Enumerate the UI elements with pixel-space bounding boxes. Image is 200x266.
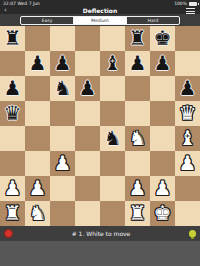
square-c1[interactable] bbox=[50, 201, 75, 226]
square-b4[interactable] bbox=[25, 126, 50, 151]
chess-board: ♜♜♚♟♟♝♟♟♟♞♟♟♛♛♞♞♝♟♟♟♟♟♟♜♞♜♚ bbox=[0, 26, 200, 226]
square-h4[interactable]: ♝ bbox=[175, 126, 200, 151]
square-e6[interactable] bbox=[100, 76, 125, 101]
square-a8[interactable]: ♜ bbox=[0, 26, 25, 51]
square-d4[interactable] bbox=[75, 126, 100, 151]
square-d8[interactable] bbox=[75, 26, 100, 51]
tab-medium[interactable]: Medium bbox=[74, 17, 127, 24]
piece-white-pawn: ♟ bbox=[25, 176, 50, 201]
difficulty-segmented-control: Easy Medium Hard bbox=[20, 16, 180, 25]
square-h2[interactable] bbox=[175, 176, 200, 201]
piece-white-pawn: ♟ bbox=[125, 176, 150, 201]
piece-white-rook: ♜ bbox=[125, 201, 150, 226]
square-g1[interactable]: ♚ bbox=[150, 201, 175, 226]
piece-black-pawn: ♟ bbox=[75, 76, 100, 101]
hint-lightbulb-icon[interactable] bbox=[189, 230, 196, 237]
square-g8[interactable]: ♚ bbox=[150, 26, 175, 51]
square-g5[interactable] bbox=[150, 101, 175, 126]
piece-black-knight: ♞ bbox=[100, 126, 125, 151]
square-d2[interactable] bbox=[75, 176, 100, 201]
record-indicator-icon[interactable] bbox=[4, 229, 13, 238]
square-f8[interactable]: ♜ bbox=[125, 26, 150, 51]
piece-white-knight: ♞ bbox=[125, 126, 150, 151]
square-g2[interactable]: ♟ bbox=[150, 176, 175, 201]
battery-icon bbox=[189, 2, 197, 6]
square-b3[interactable] bbox=[25, 151, 50, 176]
piece-black-rook: ♜ bbox=[0, 26, 25, 51]
square-h8[interactable] bbox=[175, 26, 200, 51]
square-e2[interactable] bbox=[100, 176, 125, 201]
piece-white-knight: ♞ bbox=[25, 201, 50, 226]
square-b6[interactable] bbox=[25, 76, 50, 101]
piece-black-pawn: ♟ bbox=[125, 51, 150, 76]
square-h6[interactable]: ♟ bbox=[175, 76, 200, 101]
square-b1[interactable]: ♞ bbox=[25, 201, 50, 226]
square-d6[interactable]: ♟ bbox=[75, 76, 100, 101]
square-g3[interactable] bbox=[150, 151, 175, 176]
square-c2[interactable] bbox=[50, 176, 75, 201]
square-b5[interactable] bbox=[25, 101, 50, 126]
piece-black-pawn: ♟ bbox=[50, 51, 75, 76]
square-a5[interactable]: ♛ bbox=[0, 101, 25, 126]
footer-area bbox=[0, 241, 200, 266]
piece-white-pawn: ♟ bbox=[175, 151, 200, 176]
piece-white-bishop: ♝ bbox=[175, 126, 200, 151]
square-e4[interactable]: ♞ bbox=[100, 126, 125, 151]
piece-black-pawn: ♟ bbox=[175, 76, 200, 101]
square-f6[interactable] bbox=[125, 76, 150, 101]
square-b2[interactable]: ♟ bbox=[25, 176, 50, 201]
piece-white-pawn: ♟ bbox=[50, 151, 75, 176]
square-c4[interactable] bbox=[50, 126, 75, 151]
tab-easy[interactable]: Easy bbox=[21, 17, 74, 24]
square-c3[interactable]: ♟ bbox=[50, 151, 75, 176]
square-e1[interactable] bbox=[100, 201, 125, 226]
page-title: Deflection bbox=[83, 7, 117, 14]
piece-white-queen: ♛ bbox=[175, 101, 200, 126]
square-e3[interactable] bbox=[100, 151, 125, 176]
piece-black-bishop: ♝ bbox=[100, 51, 125, 76]
square-f2[interactable]: ♟ bbox=[125, 176, 150, 201]
square-f5[interactable] bbox=[125, 101, 150, 126]
square-h5[interactable]: ♛ bbox=[175, 101, 200, 126]
piece-black-rook: ♜ bbox=[125, 26, 150, 51]
square-f4[interactable]: ♞ bbox=[125, 126, 150, 151]
square-a2[interactable]: ♟ bbox=[0, 176, 25, 201]
bottom-bar: # 1. White to move bbox=[0, 226, 200, 241]
square-a4[interactable] bbox=[0, 126, 25, 151]
square-a7[interactable] bbox=[0, 51, 25, 76]
square-e5[interactable] bbox=[100, 101, 125, 126]
piece-white-pawn: ♟ bbox=[0, 176, 25, 201]
square-d7[interactable] bbox=[75, 51, 100, 76]
square-h7[interactable] bbox=[175, 51, 200, 76]
square-f1[interactable]: ♜ bbox=[125, 201, 150, 226]
difficulty-tab-row: Easy Medium Hard bbox=[0, 14, 200, 26]
square-g4[interactable] bbox=[150, 126, 175, 151]
square-g6[interactable] bbox=[150, 76, 175, 101]
square-a3[interactable] bbox=[0, 151, 25, 176]
chess-app-screen: 22:07 Wed 7 Jun 100% ‹ Deflection Easy M… bbox=[0, 0, 200, 266]
piece-white-rook: ♜ bbox=[0, 201, 25, 226]
piece-black-king: ♚ bbox=[150, 26, 175, 51]
piece-black-pawn: ♟ bbox=[150, 51, 175, 76]
square-f3[interactable] bbox=[125, 151, 150, 176]
back-button[interactable]: ‹ bbox=[4, 7, 7, 14]
square-g7[interactable]: ♟ bbox=[150, 51, 175, 76]
piece-black-pawn: ♟ bbox=[25, 51, 50, 76]
square-d1[interactable] bbox=[75, 201, 100, 226]
move-status-text: # 1. White to move bbox=[13, 226, 189, 241]
square-e8[interactable] bbox=[100, 26, 125, 51]
piece-white-king: ♚ bbox=[150, 201, 175, 226]
square-d3[interactable] bbox=[75, 151, 100, 176]
battery-percent: 100% bbox=[174, 0, 187, 7]
piece-black-queen: ♛ bbox=[0, 101, 25, 126]
square-b7[interactable]: ♟ bbox=[25, 51, 50, 76]
piece-black-pawn: ♟ bbox=[0, 76, 25, 101]
square-a1[interactable]: ♜ bbox=[0, 201, 25, 226]
square-d5[interactable] bbox=[75, 101, 100, 126]
piece-black-knight: ♞ bbox=[50, 76, 75, 101]
square-b8[interactable] bbox=[25, 26, 50, 51]
square-c7[interactable]: ♟ bbox=[50, 51, 75, 76]
tab-hard[interactable]: Hard bbox=[127, 17, 179, 24]
status-bar: 22:07 Wed 7 Jun 100% bbox=[0, 0, 200, 7]
square-f7[interactable]: ♟ bbox=[125, 51, 150, 76]
nav-bar: ‹ Deflection bbox=[0, 7, 200, 14]
square-c6[interactable]: ♞ bbox=[50, 76, 75, 101]
status-time-date: 22:07 Wed 7 Jun bbox=[3, 0, 40, 7]
square-h3[interactable]: ♟ bbox=[175, 151, 200, 176]
square-c5[interactable] bbox=[50, 101, 75, 126]
square-e7[interactable]: ♝ bbox=[100, 51, 125, 76]
square-c8[interactable] bbox=[50, 26, 75, 51]
square-h1[interactable] bbox=[175, 201, 200, 226]
square-a6[interactable]: ♟ bbox=[0, 76, 25, 101]
piece-white-pawn: ♟ bbox=[150, 176, 175, 201]
